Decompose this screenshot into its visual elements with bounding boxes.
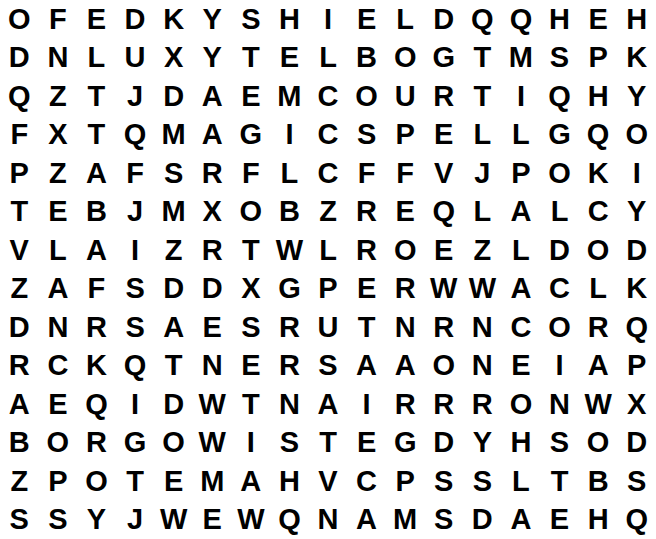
grid-cell[interactable]: T <box>463 39 502 78</box>
grid-cell[interactable]: V <box>0 231 39 270</box>
grid-cell[interactable]: U <box>116 39 155 78</box>
grid-cell[interactable]: A <box>579 347 618 386</box>
grid-cell[interactable]: H <box>270 462 309 501</box>
grid-cell[interactable]: Q <box>502 0 541 39</box>
grid-cell[interactable]: Y <box>77 501 116 539</box>
grid-cell[interactable]: A <box>232 462 271 501</box>
grid-cell[interactable]: E <box>540 501 579 539</box>
grid-cell[interactable]: O <box>39 424 78 463</box>
grid-cell[interactable]: P <box>0 154 39 193</box>
grid-cell[interactable]: M <box>193 462 232 501</box>
grid-cell[interactable]: S <box>463 462 502 501</box>
grid-cell[interactable]: G <box>424 39 463 78</box>
grid-cell[interactable]: R <box>386 385 425 424</box>
grid-cell[interactable]: N <box>463 347 502 386</box>
grid-cell[interactable]: L <box>579 270 618 309</box>
grid-cell[interactable]: Z <box>39 77 78 116</box>
grid-cell[interactable]: S <box>232 0 271 39</box>
grid-cell[interactable]: D <box>0 308 39 347</box>
grid-cell[interactable]: A <box>502 193 541 232</box>
grid-cell[interactable]: Q <box>0 77 39 116</box>
grid-cell[interactable]: B <box>77 193 116 232</box>
grid-cell[interactable]: Z <box>39 154 78 193</box>
word-search-grid: OFEDKYSHIELDQQHEHDNLUXYTELBOGTMSPKQZTJDA… <box>0 0 656 539</box>
grid-cell[interactable]: K <box>77 347 116 386</box>
grid-cell[interactable]: R <box>424 308 463 347</box>
grid-cell[interactable]: A <box>77 231 116 270</box>
grid-cell[interactable]: Y <box>617 77 656 116</box>
grid-cell[interactable]: R <box>270 308 309 347</box>
grid-cell[interactable]: E <box>270 39 309 78</box>
grid-cell[interactable]: R <box>424 385 463 424</box>
grid-cell[interactable]: O <box>424 347 463 386</box>
grid-cell[interactable]: L <box>309 39 348 78</box>
grid-cell[interactable]: E <box>347 424 386 463</box>
grid-cell[interactable]: Z <box>0 270 39 309</box>
grid-cell[interactable]: H <box>617 0 656 39</box>
grid-cell[interactable]: F <box>386 154 425 193</box>
grid-cell[interactable]: L <box>463 193 502 232</box>
grid-cell[interactable]: S <box>617 462 656 501</box>
grid-cell[interactable]: C <box>309 116 348 155</box>
grid-cell[interactable]: E <box>232 77 271 116</box>
grid-cell[interactable]: K <box>154 0 193 39</box>
grid-cell[interactable]: E <box>39 385 78 424</box>
grid-cell[interactable]: G <box>540 116 579 155</box>
grid-cell[interactable]: P <box>39 462 78 501</box>
grid-cell[interactable]: B <box>347 39 386 78</box>
grid-cell[interactable]: W <box>424 270 463 309</box>
grid-cell[interactable]: L <box>502 231 541 270</box>
grid-cell[interactable]: X <box>39 116 78 155</box>
grid-cell[interactable]: O <box>386 231 425 270</box>
grid-cell[interactable]: C <box>347 462 386 501</box>
grid-cell[interactable]: O <box>617 116 656 155</box>
grid-cell[interactable]: F <box>116 154 155 193</box>
grid-cell[interactable]: Q <box>617 308 656 347</box>
grid-cell[interactable]: E <box>39 193 78 232</box>
grid-cell[interactable]: S <box>116 308 155 347</box>
grid-cell[interactable]: T <box>463 77 502 116</box>
grid-cell[interactable]: S <box>39 501 78 539</box>
grid-cell[interactable]: W <box>193 424 232 463</box>
grid-cell[interactable]: E <box>424 231 463 270</box>
grid-cell[interactable]: A <box>309 385 348 424</box>
grid-cell[interactable]: S <box>347 116 386 155</box>
grid-cell[interactable]: O <box>579 231 618 270</box>
grid-cell[interactable]: S <box>116 270 155 309</box>
grid-cell[interactable]: O <box>77 462 116 501</box>
grid-cell[interactable]: P <box>579 39 618 78</box>
grid-cell[interactable]: O <box>502 385 541 424</box>
grid-cell[interactable]: R <box>77 424 116 463</box>
grid-cell[interactable]: W <box>270 231 309 270</box>
grid-cell[interactable]: M <box>502 39 541 78</box>
grid-cell[interactable]: Z <box>154 231 193 270</box>
grid-cell[interactable]: X <box>232 270 271 309</box>
grid-cell[interactable]: D <box>617 424 656 463</box>
grid-cell[interactable]: L <box>386 0 425 39</box>
grid-cell[interactable]: T <box>154 347 193 386</box>
grid-cell[interactable]: R <box>0 347 39 386</box>
grid-cell[interactable]: D <box>463 501 502 539</box>
grid-cell[interactable]: H <box>540 0 579 39</box>
grid-cell[interactable]: H <box>270 0 309 39</box>
grid-cell[interactable]: I <box>309 0 348 39</box>
grid-cell[interactable]: A <box>502 270 541 309</box>
grid-cell[interactable]: Q <box>617 501 656 539</box>
grid-cell[interactable]: G <box>232 116 271 155</box>
grid-cell[interactable]: P <box>386 462 425 501</box>
grid-cell[interactable]: A <box>347 501 386 539</box>
grid-cell[interactable]: L <box>463 116 502 155</box>
grid-cell[interactable]: X <box>193 193 232 232</box>
grid-cell[interactable]: E <box>386 193 425 232</box>
grid-cell[interactable]: W <box>579 385 618 424</box>
grid-cell[interactable]: C <box>502 308 541 347</box>
grid-cell[interactable]: R <box>579 308 618 347</box>
grid-cell[interactable]: Q <box>116 347 155 386</box>
grid-cell[interactable]: L <box>502 116 541 155</box>
grid-cell[interactable]: B <box>0 424 39 463</box>
grid-cell[interactable]: C <box>579 193 618 232</box>
grid-cell[interactable]: C <box>309 154 348 193</box>
grid-cell[interactable]: N <box>39 39 78 78</box>
grid-cell[interactable]: S <box>232 308 271 347</box>
grid-cell[interactable]: J <box>116 77 155 116</box>
grid-cell[interactable]: V <box>309 462 348 501</box>
grid-cell[interactable]: E <box>502 347 541 386</box>
grid-cell[interactable]: M <box>154 193 193 232</box>
grid-cell[interactable]: S <box>540 424 579 463</box>
grid-cell[interactable]: R <box>347 231 386 270</box>
grid-cell[interactable]: O <box>386 39 425 78</box>
grid-cell[interactable]: Q <box>424 193 463 232</box>
grid-cell[interactable]: S <box>154 154 193 193</box>
grid-cell[interactable]: P <box>502 154 541 193</box>
grid-cell[interactable]: O <box>579 424 618 463</box>
grid-cell[interactable]: Z <box>0 462 39 501</box>
grid-cell[interactable]: D <box>116 0 155 39</box>
grid-cell[interactable]: Y <box>617 193 656 232</box>
grid-cell[interactable]: S <box>270 424 309 463</box>
grid-cell[interactable]: W <box>463 270 502 309</box>
grid-cell[interactable]: A <box>347 347 386 386</box>
grid-cell[interactable]: C <box>309 77 348 116</box>
grid-cell[interactable]: R <box>424 77 463 116</box>
grid-cell[interactable]: E <box>154 462 193 501</box>
grid-cell[interactable]: T <box>232 231 271 270</box>
grid-cell[interactable]: T <box>77 116 116 155</box>
grid-cell[interactable]: T <box>116 462 155 501</box>
grid-cell[interactable]: E <box>347 270 386 309</box>
grid-cell[interactable]: P <box>617 347 656 386</box>
grid-cell[interactable]: F <box>347 154 386 193</box>
grid-cell[interactable]: O <box>0 0 39 39</box>
grid-cell[interactable]: U <box>309 308 348 347</box>
grid-cell[interactable]: A <box>193 116 232 155</box>
grid-cell[interactable]: Q <box>540 77 579 116</box>
grid-cell[interactable]: D <box>0 39 39 78</box>
grid-cell[interactable]: H <box>579 77 618 116</box>
grid-cell[interactable]: E <box>424 116 463 155</box>
grid-cell[interactable]: L <box>270 154 309 193</box>
grid-cell[interactable]: G <box>116 424 155 463</box>
grid-cell[interactable]: R <box>463 385 502 424</box>
grid-cell[interactable]: D <box>424 424 463 463</box>
grid-cell[interactable]: M <box>386 501 425 539</box>
grid-cell[interactable]: S <box>424 462 463 501</box>
grid-cell[interactable]: K <box>579 154 618 193</box>
grid-cell[interactable]: C <box>540 270 579 309</box>
grid-cell[interactable]: G <box>270 270 309 309</box>
grid-cell[interactable]: N <box>193 347 232 386</box>
grid-cell[interactable]: Q <box>116 116 155 155</box>
grid-cell[interactable]: J <box>116 193 155 232</box>
grid-cell[interactable]: E <box>347 0 386 39</box>
grid-cell[interactable]: I <box>270 116 309 155</box>
grid-cell[interactable]: I <box>347 385 386 424</box>
grid-cell[interactable]: Z <box>463 231 502 270</box>
grid-cell[interactable]: N <box>463 308 502 347</box>
grid-cell[interactable]: M <box>154 116 193 155</box>
grid-cell[interactable]: S <box>0 501 39 539</box>
grid-cell[interactable]: F <box>39 0 78 39</box>
grid-cell[interactable]: A <box>386 347 425 386</box>
grid-cell[interactable]: B <box>270 193 309 232</box>
grid-cell[interactable]: T <box>540 462 579 501</box>
grid-cell[interactable]: A <box>502 501 541 539</box>
grid-cell[interactable]: Y <box>193 0 232 39</box>
grid-cell[interactable]: N <box>386 308 425 347</box>
grid-cell[interactable]: R <box>77 308 116 347</box>
grid-cell[interactable]: X <box>617 385 656 424</box>
grid-cell[interactable]: T <box>0 193 39 232</box>
grid-cell[interactable]: E <box>579 0 618 39</box>
grid-cell[interactable]: I <box>232 424 271 463</box>
grid-cell[interactable]: A <box>193 77 232 116</box>
grid-cell[interactable]: R <box>193 154 232 193</box>
grid-cell[interactable]: R <box>270 347 309 386</box>
grid-cell[interactable]: F <box>232 154 271 193</box>
grid-cell[interactable]: E <box>193 501 232 539</box>
grid-cell[interactable]: T <box>232 385 271 424</box>
grid-cell[interactable]: F <box>0 116 39 155</box>
grid-cell[interactable]: M <box>270 77 309 116</box>
grid-cell[interactable]: K <box>617 39 656 78</box>
grid-cell[interactable]: F <box>77 270 116 309</box>
grid-cell[interactable]: X <box>154 39 193 78</box>
grid-cell[interactable]: T <box>232 39 271 78</box>
grid-cell[interactable]: Q <box>463 0 502 39</box>
grid-cell[interactable]: C <box>39 347 78 386</box>
grid-cell[interactable]: K <box>617 270 656 309</box>
grid-cell[interactable]: E <box>193 308 232 347</box>
grid-cell[interactable]: O <box>540 308 579 347</box>
grid-cell[interactable]: I <box>617 154 656 193</box>
grid-cell[interactable]: L <box>540 193 579 232</box>
grid-cell[interactable]: J <box>116 501 155 539</box>
grid-cell[interactable]: R <box>386 270 425 309</box>
grid-cell[interactable]: Y <box>463 424 502 463</box>
grid-cell[interactable]: D <box>617 231 656 270</box>
grid-cell[interactable]: Q <box>270 501 309 539</box>
grid-cell[interactable]: N <box>270 385 309 424</box>
grid-cell[interactable]: D <box>424 0 463 39</box>
grid-cell[interactable]: W <box>193 385 232 424</box>
grid-cell[interactable]: O <box>232 193 271 232</box>
grid-cell[interactable]: Q <box>579 116 618 155</box>
grid-cell[interactable]: N <box>540 385 579 424</box>
grid-cell[interactable]: P <box>309 270 348 309</box>
grid-cell[interactable]: Q <box>77 385 116 424</box>
grid-cell[interactable]: S <box>309 347 348 386</box>
grid-cell[interactable]: I <box>540 347 579 386</box>
grid-cell[interactable]: D <box>193 270 232 309</box>
grid-cell[interactable]: A <box>39 270 78 309</box>
grid-cell[interactable]: I <box>116 231 155 270</box>
grid-cell[interactable]: A <box>154 308 193 347</box>
grid-cell[interactable]: T <box>347 308 386 347</box>
grid-cell[interactable]: L <box>39 231 78 270</box>
grid-cell[interactable]: E <box>232 347 271 386</box>
grid-cell[interactable]: G <box>386 424 425 463</box>
grid-cell[interactable]: B <box>579 462 618 501</box>
grid-cell[interactable]: U <box>386 77 425 116</box>
grid-cell[interactable]: I <box>502 77 541 116</box>
grid-cell[interactable]: D <box>154 77 193 116</box>
grid-cell[interactable]: R <box>193 231 232 270</box>
grid-cell[interactable]: W <box>232 501 271 539</box>
grid-cell[interactable]: H <box>502 424 541 463</box>
grid-cell[interactable]: L <box>77 39 116 78</box>
grid-cell[interactable]: I <box>116 385 155 424</box>
grid-cell[interactable]: E <box>77 0 116 39</box>
grid-cell[interactable]: H <box>579 501 618 539</box>
grid-cell[interactable]: D <box>154 385 193 424</box>
grid-cell[interactable]: R <box>347 193 386 232</box>
grid-cell[interactable]: A <box>0 385 39 424</box>
grid-cell[interactable]: S <box>424 501 463 539</box>
grid-cell[interactable]: N <box>39 308 78 347</box>
grid-cell[interactable]: T <box>77 77 116 116</box>
grid-cell[interactable]: L <box>309 231 348 270</box>
grid-cell[interactable]: Y <box>193 39 232 78</box>
grid-cell[interactable]: N <box>309 501 348 539</box>
grid-cell[interactable]: D <box>154 270 193 309</box>
grid-cell[interactable]: T <box>309 424 348 463</box>
grid-cell[interactable]: J <box>463 154 502 193</box>
grid-cell[interactable]: L <box>502 462 541 501</box>
grid-cell[interactable]: P <box>386 116 425 155</box>
grid-cell[interactable]: D <box>540 231 579 270</box>
grid-cell[interactable]: V <box>424 154 463 193</box>
grid-cell[interactable]: W <box>154 501 193 539</box>
grid-cell[interactable]: O <box>154 424 193 463</box>
grid-cell[interactable]: O <box>347 77 386 116</box>
grid-cell[interactable]: A <box>77 154 116 193</box>
grid-cell[interactable]: Z <box>309 193 348 232</box>
grid-cell[interactable]: O <box>540 154 579 193</box>
grid-cell[interactable]: S <box>540 39 579 78</box>
